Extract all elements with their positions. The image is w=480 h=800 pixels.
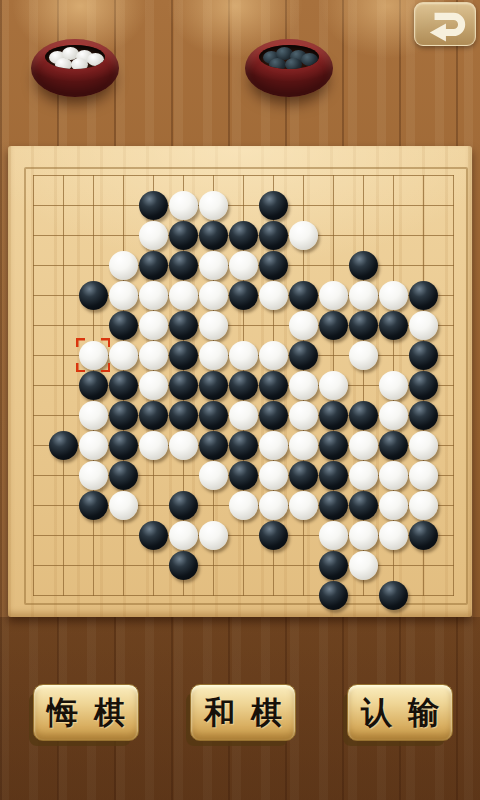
board-cell[interactable] bbox=[228, 580, 258, 610]
board-cell[interactable] bbox=[288, 250, 318, 280]
board-cell[interactable]: ● bbox=[198, 400, 228, 430]
black-stone: ● bbox=[319, 581, 348, 610]
board-cell[interactable]: ○ bbox=[138, 340, 168, 370]
board-cell[interactable] bbox=[378, 190, 408, 220]
gomoku-board[interactable]: ●○○●○●●●●○○●●○○●●●○○○○●○●○○○●●○●○○●●●○○○… bbox=[8, 146, 472, 617]
white-stone: ○ bbox=[229, 401, 258, 430]
board-cell[interactable] bbox=[348, 370, 378, 400]
board-cell[interactable]: ● bbox=[138, 190, 168, 220]
board-cell[interactable] bbox=[348, 220, 378, 250]
black-stone: ● bbox=[109, 431, 138, 460]
board-cell[interactable]: ○ bbox=[228, 250, 258, 280]
board-cell[interactable] bbox=[288, 190, 318, 220]
board-cell[interactable]: ○ bbox=[78, 430, 108, 460]
board-cell[interactable] bbox=[18, 220, 48, 250]
black-stone: ● bbox=[319, 431, 348, 460]
board-cell[interactable] bbox=[108, 160, 138, 190]
board-cell[interactable] bbox=[438, 220, 468, 250]
board-cell[interactable]: ○ bbox=[318, 370, 348, 400]
board-cell[interactable]: ○ bbox=[378, 520, 408, 550]
board-cell[interactable]: ○ bbox=[288, 220, 318, 250]
board-cell[interactable] bbox=[108, 580, 138, 610]
board-cell[interactable] bbox=[258, 580, 288, 610]
board-cell[interactable] bbox=[378, 550, 408, 580]
board-cell[interactable] bbox=[378, 250, 408, 280]
board-cell[interactable] bbox=[168, 160, 198, 190]
black-stone: ● bbox=[199, 221, 228, 250]
board-cell[interactable] bbox=[228, 520, 258, 550]
board-cell[interactable]: ● bbox=[318, 580, 348, 610]
board-cell[interactable] bbox=[18, 430, 48, 460]
board-cell[interactable]: ○ bbox=[378, 400, 408, 430]
black-stone: ● bbox=[259, 221, 288, 250]
board-cell[interactable]: ● bbox=[168, 250, 198, 280]
white-stone: ○ bbox=[139, 431, 168, 460]
black-stone: ● bbox=[319, 311, 348, 340]
board-cell[interactable]: ● bbox=[198, 430, 228, 460]
black-stone: ● bbox=[349, 251, 378, 280]
board-cell[interactable]: ● bbox=[348, 490, 378, 520]
black-stone: ● bbox=[409, 401, 438, 430]
board-cell[interactable] bbox=[348, 160, 378, 190]
board-cell[interactable]: ○ bbox=[168, 430, 198, 460]
board-cell[interactable] bbox=[408, 160, 438, 190]
white-stone: ○ bbox=[379, 461, 408, 490]
white-stone: ○ bbox=[409, 311, 438, 340]
board-cell[interactable]: ○ bbox=[408, 460, 438, 490]
board-cell[interactable]: ○ bbox=[318, 520, 348, 550]
board-cell[interactable]: ● bbox=[228, 220, 258, 250]
board-cell[interactable]: ○ bbox=[408, 310, 438, 340]
board-cell[interactable] bbox=[48, 220, 78, 250]
white-stone: ○ bbox=[139, 371, 168, 400]
board-cell[interactable]: ○ bbox=[108, 490, 138, 520]
board-cell[interactable] bbox=[348, 580, 378, 610]
board-cell[interactable] bbox=[318, 220, 348, 250]
white-stone: ○ bbox=[109, 491, 138, 520]
black-stone: ● bbox=[169, 371, 198, 400]
board-cell[interactable] bbox=[108, 550, 138, 580]
black-stone: ● bbox=[199, 431, 228, 460]
offer-draw-button[interactable]: 和棋 bbox=[190, 684, 296, 741]
board-cell[interactable]: ○ bbox=[108, 280, 138, 310]
black-stone: ● bbox=[169, 551, 198, 580]
board-cell[interactable] bbox=[438, 370, 468, 400]
board-cell[interactable]: ○ bbox=[198, 520, 228, 550]
board-cell[interactable] bbox=[48, 370, 78, 400]
board-cell[interactable] bbox=[138, 580, 168, 610]
board-cell[interactable]: ● bbox=[318, 460, 348, 490]
board-cell[interactable] bbox=[288, 520, 318, 550]
board-cell[interactable]: ○ bbox=[198, 310, 228, 340]
black-stone: ● bbox=[139, 251, 168, 280]
undo-move-button[interactable]: 悔棋 bbox=[33, 684, 139, 741]
board-cell[interactable]: ○ bbox=[348, 520, 378, 550]
board-cell[interactable] bbox=[108, 220, 138, 250]
board-cell[interactable] bbox=[408, 550, 438, 580]
white-stone-bowl bbox=[31, 39, 119, 97]
board-cell[interactable] bbox=[318, 160, 348, 190]
board-cell[interactable]: ○ bbox=[228, 340, 258, 370]
board-cell[interactable] bbox=[48, 280, 78, 310]
board-cell[interactable] bbox=[78, 160, 108, 190]
board-cell[interactable] bbox=[18, 340, 48, 370]
board-cell[interactable] bbox=[318, 190, 348, 220]
board-cell[interactable]: ● bbox=[168, 340, 198, 370]
board-cell[interactable]: ○ bbox=[198, 190, 228, 220]
black-stone: ● bbox=[409, 341, 438, 370]
black-stone: ● bbox=[199, 371, 228, 400]
board-cell[interactable] bbox=[438, 460, 468, 490]
board-cell[interactable] bbox=[18, 310, 48, 340]
board-cell[interactable]: ● bbox=[378, 580, 408, 610]
board-cell[interactable]: ● bbox=[318, 430, 348, 460]
board-cell[interactable]: ○ bbox=[258, 280, 288, 310]
board-cell[interactable]: ● bbox=[258, 190, 288, 220]
board-cell[interactable]: ○ bbox=[228, 490, 258, 520]
board-cell[interactable]: ○ bbox=[288, 310, 318, 340]
board-cell[interactable]: ○ bbox=[168, 190, 198, 220]
board-cell[interactable] bbox=[348, 190, 378, 220]
board-cell[interactable]: ○ bbox=[258, 490, 288, 520]
white-stone: ○ bbox=[379, 401, 408, 430]
board-cell[interactable]: ● bbox=[408, 370, 438, 400]
board-cell[interactable] bbox=[18, 550, 48, 580]
white-stone: ○ bbox=[349, 281, 378, 310]
board-cell[interactable]: ○ bbox=[288, 490, 318, 520]
black-stone: ● bbox=[79, 281, 108, 310]
board-cell[interactable] bbox=[438, 580, 468, 610]
board-cell[interactable]: ○ bbox=[168, 520, 198, 550]
board-cell[interactable] bbox=[18, 250, 48, 280]
board-cell[interactable]: ● bbox=[228, 280, 258, 310]
return-undo-arrow-icon bbox=[422, 5, 468, 43]
board-cell[interactable] bbox=[168, 580, 198, 610]
board-cell[interactable] bbox=[438, 430, 468, 460]
board-cell[interactable] bbox=[78, 520, 108, 550]
black-stone: ● bbox=[169, 401, 198, 430]
black-stone: ● bbox=[409, 371, 438, 400]
board-cell[interactable] bbox=[438, 550, 468, 580]
board-cell[interactable] bbox=[228, 190, 258, 220]
black-stone: ● bbox=[109, 311, 138, 340]
board-cell[interactable]: ● bbox=[408, 400, 438, 430]
white-stone: ○ bbox=[289, 491, 318, 520]
board-cell[interactable] bbox=[378, 220, 408, 250]
board-cell[interactable]: ○ bbox=[288, 370, 318, 400]
board-cell[interactable] bbox=[198, 490, 228, 520]
white-stone: ○ bbox=[289, 371, 318, 400]
board-cell[interactable]: ○ bbox=[288, 400, 318, 430]
board-cell[interactable]: ● bbox=[168, 370, 198, 400]
board-cell[interactable]: ● bbox=[168, 220, 198, 250]
black-stone: ● bbox=[229, 461, 258, 490]
board-cell[interactable] bbox=[198, 160, 228, 190]
board-cell[interactable] bbox=[438, 310, 468, 340]
board-cell[interactable]: ○ bbox=[348, 460, 378, 490]
board-cell[interactable]: ○ bbox=[378, 370, 408, 400]
board-cell[interactable] bbox=[408, 220, 438, 250]
board-cell[interactable]: ○ bbox=[78, 400, 108, 430]
board-cell[interactable]: ○ bbox=[378, 280, 408, 310]
board-cell[interactable] bbox=[258, 550, 288, 580]
board-cell[interactable] bbox=[18, 520, 48, 550]
board-cell[interactable]: ● bbox=[78, 280, 108, 310]
board-cell[interactable]: ● bbox=[168, 550, 198, 580]
black-stone: ● bbox=[169, 251, 198, 280]
board-cell[interactable]: ○ bbox=[408, 490, 438, 520]
board-cell[interactable] bbox=[438, 160, 468, 190]
board-cell[interactable]: ○ bbox=[108, 340, 138, 370]
black-stone: ● bbox=[229, 431, 258, 460]
white-stone: ○ bbox=[319, 281, 348, 310]
black-stone: ● bbox=[409, 521, 438, 550]
board-cell[interactable]: ○ bbox=[318, 280, 348, 310]
board-cell[interactable]: ● bbox=[108, 370, 138, 400]
board-cell[interactable]: ○ bbox=[198, 340, 228, 370]
white-stone: ○ bbox=[379, 371, 408, 400]
board-cell[interactable]: ○ bbox=[138, 220, 168, 250]
board-cell[interactable] bbox=[138, 550, 168, 580]
board-cell[interactable]: ● bbox=[258, 400, 288, 430]
black-stone: ● bbox=[379, 311, 408, 340]
board-cell[interactable] bbox=[438, 340, 468, 370]
board-cell[interactable]: ● bbox=[198, 370, 228, 400]
white-stone: ○ bbox=[349, 341, 378, 370]
board-cell[interactable] bbox=[48, 250, 78, 280]
board-cell[interactable]: ○ bbox=[138, 370, 168, 400]
black-stone: ● bbox=[229, 281, 258, 310]
black-stone: ● bbox=[199, 401, 228, 430]
white-stone: ○ bbox=[79, 401, 108, 430]
board-cell[interactable]: ○ bbox=[198, 250, 228, 280]
white-stone: ○ bbox=[379, 281, 408, 310]
board-cell[interactable]: ● bbox=[78, 370, 108, 400]
board-cell[interactable]: ● bbox=[348, 310, 378, 340]
board-cell[interactable]: ● bbox=[108, 460, 138, 490]
board-cell[interactable] bbox=[408, 190, 438, 220]
white-stone: ○ bbox=[259, 431, 288, 460]
black-stone-bowl bbox=[245, 39, 333, 97]
board-cell[interactable] bbox=[18, 460, 48, 490]
board-cell[interactable]: ○ bbox=[198, 460, 228, 490]
board-cell[interactable]: ● bbox=[108, 430, 138, 460]
board-cell[interactable]: ● bbox=[168, 490, 198, 520]
board-cell[interactable] bbox=[48, 490, 78, 520]
board-cell[interactable]: ● bbox=[258, 520, 288, 550]
board-cell[interactable] bbox=[198, 550, 228, 580]
board-cell[interactable]: ● bbox=[108, 400, 138, 430]
board-cell[interactable] bbox=[408, 580, 438, 610]
white-stone bbox=[71, 58, 88, 69]
board-cell[interactable] bbox=[48, 550, 78, 580]
board-cell[interactable] bbox=[48, 190, 78, 220]
board-cell[interactable] bbox=[18, 190, 48, 220]
black-stone: ● bbox=[229, 371, 258, 400]
board-cell[interactable]: ○ bbox=[258, 340, 288, 370]
board-cell[interactable] bbox=[138, 160, 168, 190]
board-cell[interactable]: ○ bbox=[138, 430, 168, 460]
board-cell[interactable] bbox=[48, 400, 78, 430]
board-cell[interactable]: ○ bbox=[378, 460, 408, 490]
black-stone: ● bbox=[319, 401, 348, 430]
board-cell[interactable] bbox=[108, 520, 138, 550]
board-cell[interactable] bbox=[78, 310, 108, 340]
board-cell[interactable]: ○ bbox=[198, 280, 228, 310]
board-cell[interactable]: ● bbox=[288, 280, 318, 310]
board-cell[interactable]: ● bbox=[258, 250, 288, 280]
white-stone: ○ bbox=[349, 521, 378, 550]
board-cell[interactable] bbox=[438, 280, 468, 310]
board-cell[interactable] bbox=[168, 460, 198, 490]
board-cell[interactable]: ○ bbox=[348, 550, 378, 580]
board-cell[interactable]: ● bbox=[378, 430, 408, 460]
board-cell[interactable]: ● bbox=[318, 310, 348, 340]
board-cell[interactable]: ● bbox=[288, 460, 318, 490]
board-cell[interactable] bbox=[438, 490, 468, 520]
board-cell[interactable]: ○ bbox=[258, 430, 288, 460]
board-cell[interactable] bbox=[78, 250, 108, 280]
board-cell[interactable] bbox=[438, 520, 468, 550]
board-cell[interactable]: ○ bbox=[138, 310, 168, 340]
white-stone: ○ bbox=[109, 341, 138, 370]
board-cell[interactable] bbox=[108, 190, 138, 220]
board-cell[interactable]: ○ bbox=[378, 490, 408, 520]
board-cell[interactable] bbox=[78, 550, 108, 580]
board-cell[interactable]: ● bbox=[108, 310, 138, 340]
board-cell[interactable]: ○ bbox=[408, 430, 438, 460]
black-stone: ● bbox=[79, 491, 108, 520]
board-cell[interactable] bbox=[48, 460, 78, 490]
board-cell[interactable]: ○ bbox=[288, 430, 318, 460]
board-cell[interactable]: ○ bbox=[348, 280, 378, 310]
board-cell[interactable] bbox=[18, 370, 48, 400]
board-cell[interactable] bbox=[18, 160, 48, 190]
board-cell[interactable] bbox=[228, 310, 258, 340]
board-cell[interactable]: ● bbox=[378, 310, 408, 340]
black-stone: ● bbox=[259, 251, 288, 280]
board-cell[interactable]: ● bbox=[408, 340, 438, 370]
white-stone: ○ bbox=[199, 191, 228, 220]
board-cell[interactable] bbox=[198, 580, 228, 610]
board-cell[interactable] bbox=[48, 340, 78, 370]
board-cell[interactable]: ● bbox=[228, 460, 258, 490]
black-stone-bowl-opening bbox=[259, 45, 319, 69]
board-cell[interactable]: ● bbox=[228, 370, 258, 400]
board-cell[interactable] bbox=[318, 250, 348, 280]
board-cell[interactable]: ● bbox=[228, 430, 258, 460]
board-cell[interactable]: ● bbox=[318, 400, 348, 430]
board-cell[interactable] bbox=[288, 550, 318, 580]
board-cell[interactable] bbox=[228, 160, 258, 190]
board-cell[interactable] bbox=[438, 400, 468, 430]
board-cell[interactable]: ● bbox=[48, 430, 78, 460]
white-stone: ○ bbox=[169, 281, 198, 310]
board-cell[interactable] bbox=[48, 580, 78, 610]
board-cell[interactable]: ● bbox=[318, 490, 348, 520]
board-cell[interactable] bbox=[378, 160, 408, 190]
board-cell[interactable]: ● bbox=[168, 400, 198, 430]
board-cell[interactable]: ● bbox=[258, 370, 288, 400]
white-stone: ○ bbox=[349, 551, 378, 580]
board-cell[interactable] bbox=[258, 310, 288, 340]
board-cell[interactable] bbox=[378, 340, 408, 370]
board-cell[interactable]: ● bbox=[288, 340, 318, 370]
board-cell[interactable]: ○ bbox=[228, 400, 258, 430]
board-cell[interactable] bbox=[318, 340, 348, 370]
board-cell[interactable]: ○ bbox=[108, 250, 138, 280]
black-stone: ● bbox=[109, 401, 138, 430]
resign-button[interactable]: 认输 bbox=[347, 684, 453, 741]
board-cell[interactable]: ● bbox=[318, 550, 348, 580]
white-stone: ○ bbox=[259, 491, 288, 520]
board-cell[interactable]: ○ bbox=[78, 340, 108, 370]
board-cell[interactable] bbox=[138, 490, 168, 520]
board-cell[interactable]: ● bbox=[348, 400, 378, 430]
board-cell[interactable]: ○ bbox=[348, 430, 378, 460]
board-cell[interactable] bbox=[78, 190, 108, 220]
board-cell[interactable]: ○ bbox=[258, 460, 288, 490]
board-cell[interactable] bbox=[78, 580, 108, 610]
black-stone: ● bbox=[379, 431, 408, 460]
board-cell[interactable] bbox=[18, 400, 48, 430]
board-cell[interactable] bbox=[258, 160, 288, 190]
white-stone: ○ bbox=[409, 431, 438, 460]
board-cell[interactable]: ● bbox=[408, 520, 438, 550]
white-stone: ○ bbox=[289, 221, 318, 250]
white-stone: ○ bbox=[229, 251, 258, 280]
board-cell[interactable] bbox=[18, 490, 48, 520]
black-stone: ● bbox=[259, 401, 288, 430]
board-cell[interactable] bbox=[138, 460, 168, 490]
board-cell[interactable]: ● bbox=[168, 310, 198, 340]
board-cell[interactable]: ○ bbox=[168, 280, 198, 310]
board-cell[interactable] bbox=[78, 220, 108, 250]
board-cell[interactable] bbox=[18, 280, 48, 310]
board-cell[interactable]: ● bbox=[138, 520, 168, 550]
board-cell[interactable]: ● bbox=[138, 250, 168, 280]
board-cell[interactable]: ● bbox=[138, 400, 168, 430]
board-cell[interactable]: ○ bbox=[348, 340, 378, 370]
board-cell[interactable]: ● bbox=[78, 490, 108, 520]
board-cell[interactable]: ● bbox=[408, 280, 438, 310]
white-stone: ○ bbox=[199, 461, 228, 490]
board-cell[interactable] bbox=[48, 310, 78, 340]
board-cell[interactable]: ○ bbox=[138, 280, 168, 310]
board-cell[interactable] bbox=[228, 550, 258, 580]
board-cell[interactable]: ● bbox=[198, 220, 228, 250]
board-cell[interactable]: ○ bbox=[78, 460, 108, 490]
black-stone: ● bbox=[169, 491, 198, 520]
white-stone: ○ bbox=[199, 281, 228, 310]
board-cell[interactable]: ● bbox=[348, 250, 378, 280]
board-cell[interactable] bbox=[288, 580, 318, 610]
black-stone: ● bbox=[349, 311, 378, 340]
white-stone: ○ bbox=[199, 251, 228, 280]
board-cell[interactable] bbox=[438, 250, 468, 280]
board-cell[interactable]: ● bbox=[258, 220, 288, 250]
white-stone: ○ bbox=[289, 431, 318, 460]
board-cell[interactable] bbox=[438, 190, 468, 220]
board-cell[interactable] bbox=[408, 250, 438, 280]
return-button[interactable] bbox=[414, 2, 476, 46]
board-cell[interactable] bbox=[18, 580, 48, 610]
board-cell[interactable] bbox=[48, 520, 78, 550]
white-stone: ○ bbox=[289, 311, 318, 340]
white-stone: ○ bbox=[259, 341, 288, 370]
board-cell[interactable] bbox=[288, 160, 318, 190]
board-cell[interactable] bbox=[48, 160, 78, 190]
